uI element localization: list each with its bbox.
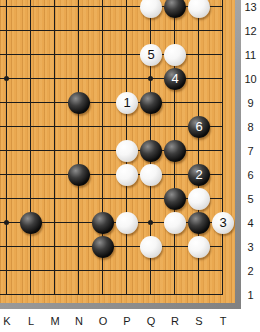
intersection-M9[interactable] [43,91,67,115]
intersection-L2[interactable] [19,259,43,283]
intersection-L12[interactable] [19,19,43,43]
intersection-T6[interactable] [211,163,235,187]
intersection-R4[interactable] [163,211,187,235]
stone-white-S13[interactable] [188,0,210,18]
stone-black-O4[interactable] [92,212,114,234]
intersection-R8[interactable] [163,115,187,139]
intersection-T7[interactable] [211,139,235,163]
board-surface: 541623 [0,0,235,303]
intersection-K13[interactable] [0,0,19,19]
intersection-O13[interactable] [91,0,115,19]
stone-black-S6[interactable]: 2 [188,164,210,186]
intersection-T11[interactable] [211,43,235,67]
intersection-P12[interactable] [115,19,139,43]
stone-white-P4[interactable] [116,212,138,234]
intersection-S13[interactable] [187,0,211,19]
intersection-O3[interactable] [91,235,115,259]
stone-black-R5[interactable] [164,188,186,210]
column-label-R: R [163,313,187,329]
stone-white-P9[interactable]: 1 [116,92,138,114]
intersection-R5[interactable] [163,187,187,211]
intersection-Q9[interactable] [139,91,163,115]
intersection-R12[interactable] [163,19,187,43]
intersection-P5[interactable] [115,187,139,211]
intersection-O7[interactable] [91,139,115,163]
intersection-T2[interactable] [211,259,235,283]
intersection-L13[interactable] [19,0,43,19]
go-diagram: 541623 13121110987654321 KLMNOPQRST [0,0,260,332]
intersection-Q2[interactable] [139,259,163,283]
row-label-10: 10 [241,71,260,87]
intersection-T12[interactable] [211,19,235,43]
intersection-L1[interactable] [19,283,43,303]
stone-black-Q7[interactable] [140,140,162,162]
intersection-O9[interactable] [91,91,115,115]
stone-black-L4[interactable] [20,212,42,234]
row-coordinate-labels: 13121110987654321 [241,0,260,309]
intersection-R10[interactable]: 4 [163,67,187,91]
intersection-T8[interactable] [211,115,235,139]
row-label-1: 1 [241,287,260,303]
intersection-O4[interactable] [91,211,115,235]
intersection-N13[interactable] [67,0,91,19]
board-grid: 541623 [0,0,235,303]
stone-white-Q13[interactable] [140,0,162,18]
stone-black-Q9[interactable] [140,92,162,114]
intersection-K2[interactable] [0,259,19,283]
intersection-S4[interactable] [187,211,211,235]
intersection-T1[interactable] [211,283,235,303]
column-label-O: O [91,313,115,329]
row-label-13: 13 [241,0,260,15]
intersection-Q4[interactable] [139,211,163,235]
intersection-T4[interactable]: 3 [211,211,235,235]
intersection-R2[interactable] [163,259,187,283]
column-label-S: S [187,313,211,329]
stone-black-N9[interactable] [68,92,90,114]
stone-black-R10[interactable]: 4 [164,68,186,90]
row-label-11: 11 [241,47,260,63]
intersection-S5[interactable] [187,187,211,211]
intersection-R7[interactable] [163,139,187,163]
intersection-Q3[interactable] [139,235,163,259]
stone-white-P7[interactable] [116,140,138,162]
column-label-N: N [67,313,91,329]
row-label-9: 9 [241,95,260,111]
intersection-K1[interactable] [0,283,19,303]
intersection-M8[interactable] [43,115,67,139]
intersection-L4[interactable] [19,211,43,235]
intersection-M5[interactable] [43,187,67,211]
intersection-O8[interactable] [91,115,115,139]
intersection-T5[interactable] [211,187,235,211]
intersection-P8[interactable] [115,115,139,139]
intersection-K12[interactable] [0,19,19,43]
row-label-7: 7 [241,143,260,159]
intersection-K11[interactable] [0,43,19,67]
stone-white-Q6[interactable] [140,164,162,186]
intersection-P4[interactable] [115,211,139,235]
row-label-6: 6 [241,167,260,183]
intersection-N7[interactable] [67,139,91,163]
row-label-2: 2 [241,263,260,279]
intersection-K4[interactable] [0,211,19,235]
intersection-T3[interactable] [211,235,235,259]
intersection-N10[interactable] [67,67,91,91]
intersection-M3[interactable] [43,235,67,259]
move-number-label: 2 [195,164,202,186]
intersection-S7[interactable] [187,139,211,163]
intersection-P1[interactable] [115,283,139,303]
intersection-Q8[interactable] [139,115,163,139]
intersection-O10[interactable] [91,67,115,91]
intersection-O12[interactable] [91,19,115,43]
stone-black-N6[interactable] [68,164,90,186]
intersection-S2[interactable] [187,259,211,283]
move-number-label: 5 [147,44,154,66]
intersection-S11[interactable] [187,43,211,67]
intersection-L11[interactable] [19,43,43,67]
intersection-S12[interactable] [187,19,211,43]
intersection-P9[interactable]: 1 [115,91,139,115]
move-number-label: 4 [171,68,178,90]
stone-black-R7[interactable] [164,140,186,162]
intersection-S6[interactable]: 2 [187,163,211,187]
intersection-P11[interactable] [115,43,139,67]
row-label-5: 5 [241,191,260,207]
intersection-O1[interactable] [91,283,115,303]
intersection-P2[interactable] [115,259,139,283]
row-label-4: 4 [241,215,260,231]
intersection-P3[interactable] [115,235,139,259]
stone-white-R4[interactable] [164,212,186,234]
intersection-Q5[interactable] [139,187,163,211]
intersection-T9[interactable] [211,91,235,115]
go-board: 541623 [0,0,241,309]
move-number-label: 3 [219,212,226,234]
column-label-T: T [211,313,235,329]
intersection-P6[interactable] [115,163,139,187]
stone-white-S3[interactable] [188,236,210,258]
row-label-3: 3 [241,239,260,255]
intersection-S1[interactable] [187,283,211,303]
intersection-K7[interactable] [0,139,19,163]
stone-white-Q3[interactable] [140,236,162,258]
intersection-L7[interactable] [19,139,43,163]
intersection-O11[interactable] [91,43,115,67]
intersection-S10[interactable] [187,67,211,91]
intersection-N12[interactable] [67,19,91,43]
move-number-label: 1 [123,92,130,114]
column-label-L: L [19,313,43,329]
intersection-P13[interactable] [115,0,139,19]
intersection-P10[interactable] [115,67,139,91]
intersection-O5[interactable] [91,187,115,211]
intersection-R6[interactable] [163,163,187,187]
intersection-O6[interactable] [91,163,115,187]
row-label-12: 12 [241,23,260,39]
intersection-L3[interactable] [19,235,43,259]
intersection-S3[interactable] [187,235,211,259]
intersection-N6[interactable] [67,163,91,187]
intersection-M11[interactable] [43,43,67,67]
intersection-N2[interactable] [67,259,91,283]
intersection-M7[interactable] [43,139,67,163]
intersection-S9[interactable] [187,91,211,115]
intersection-L10[interactable] [19,67,43,91]
intersection-N11[interactable] [67,43,91,67]
intersection-R3[interactable] [163,235,187,259]
intersection-N5[interactable] [67,187,91,211]
column-label-K: K [0,313,19,329]
intersection-P7[interactable] [115,139,139,163]
intersection-Q7[interactable] [139,139,163,163]
intersection-M6[interactable] [43,163,67,187]
intersection-Q13[interactable] [139,0,163,19]
intersection-N4[interactable] [67,211,91,235]
column-label-Q: Q [139,313,163,329]
intersection-N9[interactable] [67,91,91,115]
stone-white-Q11[interactable]: 5 [140,44,162,66]
stone-black-R13[interactable] [164,0,186,18]
intersection-N1[interactable] [67,283,91,303]
intersection-Q1[interactable] [139,283,163,303]
column-label-M: M [43,313,67,329]
stone-black-O3[interactable] [92,236,114,258]
intersection-K8[interactable] [0,115,19,139]
intersection-L6[interactable] [19,163,43,187]
intersection-M4[interactable] [43,211,67,235]
stone-white-P6[interactable] [116,164,138,186]
intersection-S8[interactable]: 6 [187,115,211,139]
intersection-T10[interactable] [211,67,235,91]
intersection-K6[interactable] [0,163,19,187]
move-number-label: 6 [195,116,202,138]
column-coordinate-labels: KLMNOPQRST [0,309,241,332]
intersection-Q11[interactable]: 5 [139,43,163,67]
row-label-8: 8 [241,119,260,135]
intersection-R13[interactable] [163,0,187,19]
intersection-Q6[interactable] [139,163,163,187]
column-label-P: P [115,313,139,329]
intersection-K5[interactable] [0,187,19,211]
intersection-R11[interactable] [163,43,187,67]
stone-white-T4[interactable]: 3 [212,212,234,234]
intersection-M1[interactable] [43,283,67,303]
intersection-N3[interactable] [67,235,91,259]
intersection-O2[interactable] [91,259,115,283]
intersection-T13[interactable] [211,0,235,19]
intersection-K3[interactable] [0,235,19,259]
intersection-Q12[interactable] [139,19,163,43]
intersection-M2[interactable] [43,259,67,283]
stone-black-S8[interactable]: 6 [188,116,210,138]
intersection-M13[interactable] [43,0,67,19]
intersection-L8[interactable] [19,115,43,139]
stone-white-R11[interactable] [164,44,186,66]
intersection-L5[interactable] [19,187,43,211]
intersection-K10[interactable] [0,67,19,91]
intersection-N8[interactable] [67,115,91,139]
intersection-R1[interactable] [163,283,187,303]
intersection-M10[interactable] [43,67,67,91]
stone-black-S4[interactable] [188,212,210,234]
stone-white-S5[interactable] [188,188,210,210]
intersection-K9[interactable] [0,91,19,115]
intersection-Q10[interactable] [139,67,163,91]
intersection-L9[interactable] [19,91,43,115]
intersection-R9[interactable] [163,91,187,115]
intersection-M12[interactable] [43,19,67,43]
